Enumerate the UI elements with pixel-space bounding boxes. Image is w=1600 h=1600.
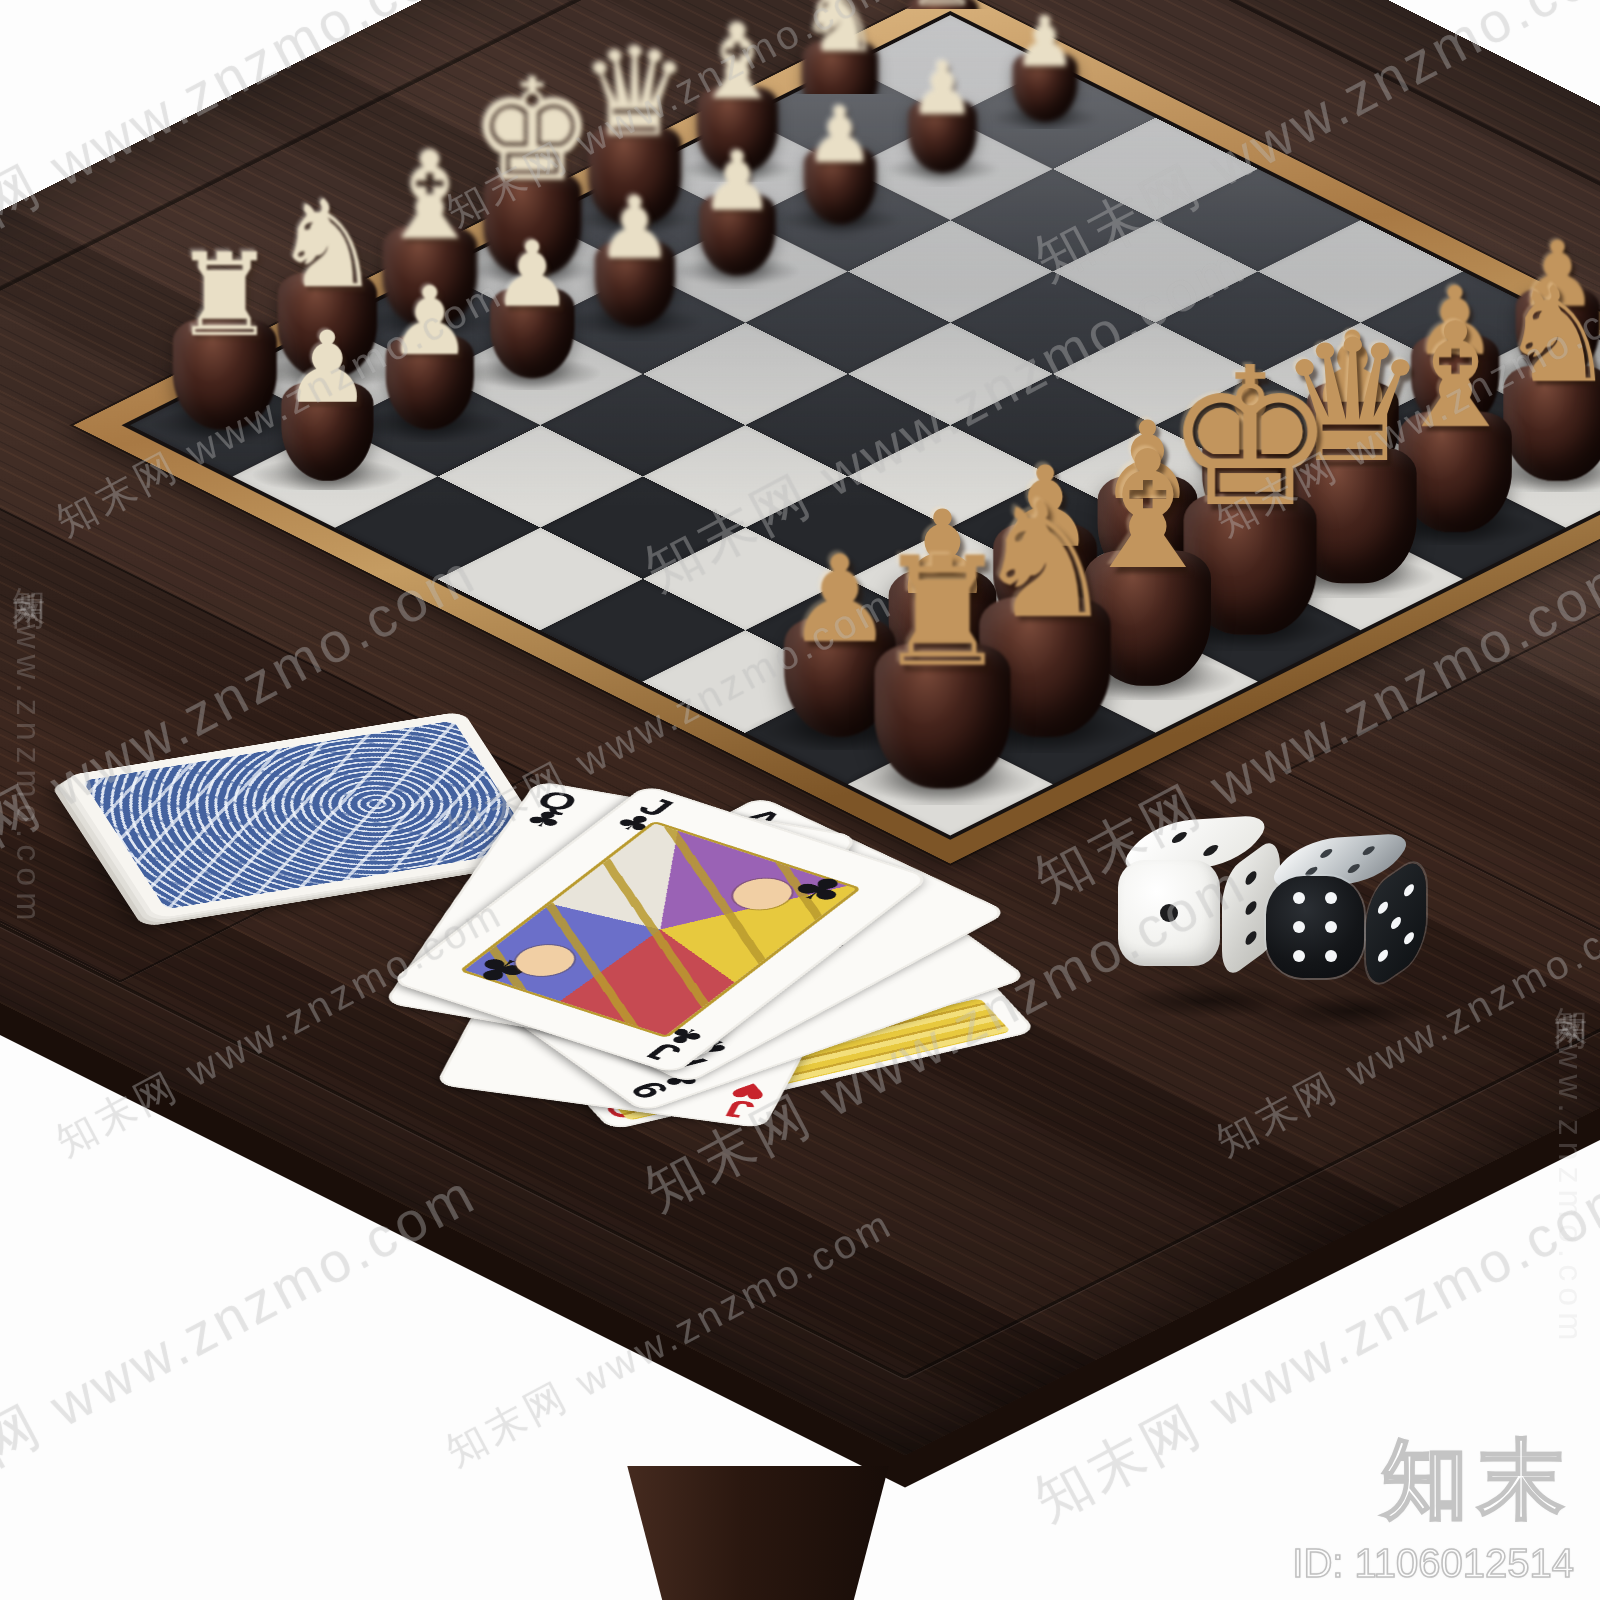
die-pip: [1246, 868, 1257, 887]
die-pip: [1404, 881, 1414, 898]
white-rook-piece: ♜: [831, 537, 1053, 789]
black-die-front-face: [1266, 876, 1364, 978]
die-pip: [1293, 892, 1305, 904]
die-pip: [1246, 899, 1257, 918]
die-pip: [1318, 849, 1335, 859]
die-pip: [1325, 921, 1337, 933]
die-pip: [1200, 845, 1221, 857]
pawn-glyph: ♟: [282, 318, 371, 417]
die-pip: [1325, 950, 1337, 962]
die-pip: [1246, 929, 1257, 948]
die-pip: [1378, 948, 1388, 965]
knight-glyph: ♞: [798, 0, 881, 65]
board-square: ♟: [233, 425, 438, 528]
die-pip: [1293, 921, 1305, 933]
die-pip: [1160, 904, 1178, 922]
black-pawn-piece: ♟: [238, 318, 415, 481]
rook-glyph: ♜: [874, 537, 1009, 688]
die-pip: [1378, 899, 1388, 916]
pawn-glyph: ♟: [805, 96, 875, 174]
table-leg: [606, 1466, 910, 1600]
pawn-glyph: ♟: [909, 52, 975, 126]
die-pip: [1169, 831, 1190, 843]
die-pip: [1293, 950, 1305, 962]
rook-glyph: ♜: [906, 0, 977, 17]
brand-logo: 知末: [1292, 1422, 1574, 1539]
pawn-glyph: ♟: [1013, 7, 1076, 77]
product-render-scene: ♜♟♟♜♞♟♟♞♝♟♟♝♛♟♟♛♚♟♟♚♝♟♟♝♞♟♟♞♜♟♟♜ Q♦Q♦J♥J…: [0, 0, 1600, 1600]
brand-block: 知末 ID: 1106012514: [1292, 1422, 1574, 1586]
board-square: ♜: [848, 733, 1053, 836]
die-pip: [1360, 846, 1377, 856]
image-id: ID: 1106012514: [1292, 1541, 1574, 1586]
die-pip: [1404, 930, 1414, 947]
white-die-front-face: [1118, 860, 1220, 966]
die-pip: [1391, 915, 1401, 932]
black-die: [1252, 826, 1452, 1022]
die-pip: [1325, 892, 1337, 904]
die-pip: [1303, 867, 1320, 877]
die-pip: [1345, 864, 1362, 874]
